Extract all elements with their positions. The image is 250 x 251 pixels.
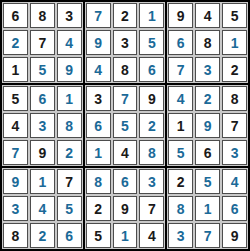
sudoku-cell-r8c5[interactable]: 9 — [113, 196, 138, 221]
sudoku-cell-r1c2[interactable]: 8 — [30, 3, 55, 28]
sudoku-box-2: 721935486 — [85, 2, 166, 83]
sudoku-cell-r9c4[interactable]: 5 — [86, 223, 111, 248]
sudoku-cell-r6c2[interactable]: 9 — [30, 140, 55, 165]
sudoku-cell-r1c1[interactable]: 6 — [3, 3, 28, 28]
sudoku-cell-r1c4[interactable]: 7 — [86, 3, 111, 28]
sudoku-cell-r8c1[interactable]: 3 — [3, 196, 28, 221]
sudoku-cell-r1c9[interactable]: 5 — [222, 3, 247, 28]
sudoku-cell-r5c3[interactable]: 8 — [57, 113, 82, 138]
sudoku-cell-r6c6[interactable]: 8 — [139, 140, 164, 165]
sudoku-cell-r2c6[interactable]: 5 — [139, 30, 164, 55]
sudoku-cell-r1c8[interactable]: 4 — [195, 3, 220, 28]
sudoku-cell-r9c9[interactable]: 9 — [222, 223, 247, 248]
sudoku-cell-r8c9[interactable]: 6 — [222, 196, 247, 221]
sudoku-cell-r9c3[interactable]: 6 — [57, 223, 82, 248]
sudoku-cell-r2c4[interactable]: 9 — [86, 30, 111, 55]
sudoku-cell-r4c1[interactable]: 5 — [3, 86, 28, 111]
sudoku-cell-r8c8[interactable]: 1 — [195, 196, 220, 221]
sudoku-cell-r9c6[interactable]: 4 — [139, 223, 164, 248]
sudoku-cell-r5c8[interactable]: 9 — [195, 113, 220, 138]
sudoku-box-4: 561438792 — [2, 85, 83, 166]
sudoku-cell-r3c8[interactable]: 3 — [195, 57, 220, 82]
sudoku-box-1: 683274159 — [2, 2, 83, 83]
sudoku-cell-r7c5[interactable]: 6 — [113, 169, 138, 194]
sudoku-cell-r6c9[interactable]: 3 — [222, 140, 247, 165]
sudoku-cell-r3c7[interactable]: 7 — [168, 57, 193, 82]
sudoku-cell-r8c6[interactable]: 7 — [139, 196, 164, 221]
sudoku-cell-r5c4[interactable]: 6 — [86, 113, 111, 138]
sudoku-cell-r5c9[interactable]: 7 — [222, 113, 247, 138]
sudoku-cell-r4c5[interactable]: 7 — [113, 86, 138, 111]
sudoku-cell-r1c5[interactable]: 2 — [113, 3, 138, 28]
sudoku-cell-r5c5[interactable]: 5 — [113, 113, 138, 138]
sudoku-cell-r4c6[interactable]: 9 — [139, 86, 164, 111]
sudoku-box-6: 428197563 — [167, 85, 248, 166]
sudoku-cell-r8c2[interactable]: 4 — [30, 196, 55, 221]
sudoku-box-3: 945681732 — [167, 2, 248, 83]
sudoku-cell-r8c3[interactable]: 5 — [57, 196, 82, 221]
sudoku-cell-r7c7[interactable]: 2 — [168, 169, 193, 194]
sudoku-cell-r2c2[interactable]: 7 — [30, 30, 55, 55]
sudoku-cell-r4c8[interactable]: 2 — [195, 86, 220, 111]
sudoku-cell-r6c3[interactable]: 2 — [57, 140, 82, 165]
sudoku-cell-r6c4[interactable]: 1 — [86, 140, 111, 165]
sudoku-board: 683274159 721935486 945681732 561438792 … — [0, 0, 250, 251]
sudoku-cell-r8c7[interactable]: 8 — [168, 196, 193, 221]
sudoku-cell-r3c5[interactable]: 8 — [113, 57, 138, 82]
sudoku-cell-r4c4[interactable]: 3 — [86, 86, 111, 111]
sudoku-cell-r5c1[interactable]: 4 — [3, 113, 28, 138]
sudoku-cell-r7c2[interactable]: 1 — [30, 169, 55, 194]
sudoku-cell-r2c8[interactable]: 8 — [195, 30, 220, 55]
sudoku-cell-r9c8[interactable]: 7 — [195, 223, 220, 248]
sudoku-cell-r9c2[interactable]: 2 — [30, 223, 55, 248]
sudoku-cell-r2c3[interactable]: 4 — [57, 30, 82, 55]
sudoku-cell-r1c6[interactable]: 1 — [139, 3, 164, 28]
sudoku-cell-r7c9[interactable]: 4 — [222, 169, 247, 194]
sudoku-cell-r5c2[interactable]: 3 — [30, 113, 55, 138]
sudoku-box-7: 917345826 — [2, 168, 83, 249]
sudoku-cell-r3c1[interactable]: 1 — [3, 57, 28, 82]
sudoku-cell-r6c5[interactable]: 4 — [113, 140, 138, 165]
sudoku-cell-r3c2[interactable]: 5 — [30, 57, 55, 82]
sudoku-cell-r3c4[interactable]: 4 — [86, 57, 111, 82]
sudoku-cell-r1c7[interactable]: 9 — [168, 3, 193, 28]
sudoku-cell-r4c9[interactable]: 8 — [222, 86, 247, 111]
sudoku-cell-r6c8[interactable]: 6 — [195, 140, 220, 165]
sudoku-cell-r5c7[interactable]: 1 — [168, 113, 193, 138]
sudoku-cell-r9c1[interactable]: 8 — [3, 223, 28, 248]
sudoku-cell-r2c5[interactable]: 3 — [113, 30, 138, 55]
sudoku-cell-r2c7[interactable]: 6 — [168, 30, 193, 55]
sudoku-cell-r2c1[interactable]: 2 — [3, 30, 28, 55]
sudoku-cell-r2c9[interactable]: 1 — [222, 30, 247, 55]
sudoku-cell-r4c7[interactable]: 4 — [168, 86, 193, 111]
sudoku-box-9: 254816379 — [167, 168, 248, 249]
sudoku-cell-r3c3[interactable]: 9 — [57, 57, 82, 82]
sudoku-cell-r9c7[interactable]: 3 — [168, 223, 193, 248]
sudoku-cell-r7c1[interactable]: 9 — [3, 169, 28, 194]
sudoku-cell-r7c6[interactable]: 3 — [139, 169, 164, 194]
sudoku-cell-r7c3[interactable]: 7 — [57, 169, 82, 194]
sudoku-cell-r9c5[interactable]: 1 — [113, 223, 138, 248]
sudoku-cell-r3c6[interactable]: 6 — [139, 57, 164, 82]
sudoku-box-8: 863297514 — [85, 168, 166, 249]
sudoku-cell-r7c8[interactable]: 5 — [195, 169, 220, 194]
sudoku-cell-r8c4[interactable]: 2 — [86, 196, 111, 221]
sudoku-cell-r7c4[interactable]: 8 — [86, 169, 111, 194]
sudoku-cell-r6c1[interactable]: 7 — [3, 140, 28, 165]
sudoku-cell-r4c2[interactable]: 6 — [30, 86, 55, 111]
sudoku-cell-r5c6[interactable]: 2 — [139, 113, 164, 138]
sudoku-cell-r6c7[interactable]: 5 — [168, 140, 193, 165]
sudoku-cell-r3c9[interactable]: 2 — [222, 57, 247, 82]
sudoku-box-5: 379652148 — [85, 85, 166, 166]
sudoku-cell-r1c3[interactable]: 3 — [57, 3, 82, 28]
sudoku-cell-r4c3[interactable]: 1 — [57, 86, 82, 111]
